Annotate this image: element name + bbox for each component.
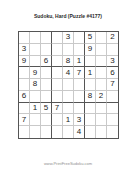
sudoku-cell-r9c3 (41, 126, 52, 138)
sudoku-cell-r8c3 (41, 114, 52, 126)
sudoku-cell-r6c4 (52, 91, 63, 103)
sudoku-cell-r2c6 (74, 44, 85, 56)
sudoku-cell-r4c6: 7 (74, 67, 85, 79)
sudoku-cell-r3c1: 9 (19, 56, 30, 68)
sudoku-cell-r9c4 (52, 126, 63, 138)
sudoku-cell-r9c6: 4 (74, 126, 85, 138)
sudoku-cell-r2c8 (96, 44, 107, 56)
sudoku-cell-r4c4 (52, 67, 63, 79)
puzzle-title: Sudoku, Hard (Puzzle #4177) (0, 13, 136, 20)
sudoku-cell-r3c9: 3 (107, 56, 118, 68)
sudoku-cell-r1c8 (96, 32, 107, 44)
sudoku-cell-r6c1: 6 (19, 91, 30, 103)
sudoku-cell-r9c8 (96, 126, 107, 138)
sudoku-cell-r9c9 (107, 126, 118, 138)
sudoku-cell-r6c3 (41, 91, 52, 103)
sudoku-cell-r4c2: 9 (30, 67, 41, 79)
sudoku-cell-r7c9 (107, 103, 118, 115)
sudoku-cell-r1c2 (30, 32, 41, 44)
sudoku-cell-r6c9 (107, 91, 118, 103)
sudoku-cell-r7c6 (74, 103, 85, 115)
sudoku-cell-r2c1: 3 (19, 44, 30, 56)
sudoku-cell-r1c4 (52, 32, 63, 44)
sudoku-cell-r1c5: 3 (63, 32, 74, 44)
sudoku-cell-r3c3: 6 (41, 56, 52, 68)
sudoku-cell-r3c5: 8 (63, 56, 74, 68)
sudoku-cell-r8c7 (85, 114, 96, 126)
sudoku-cell-r8c4 (52, 114, 63, 126)
sudoku-cell-r2c7: 9 (85, 44, 96, 56)
sudoku-cell-r4c5: 4 (63, 67, 74, 79)
sudoku-cell-r9c5 (63, 126, 74, 138)
sudoku-cell-r2c4 (52, 44, 63, 56)
sudoku-cell-r7c3: 5 (41, 103, 52, 115)
sudoku-cell-r4c3 (41, 67, 52, 79)
sudoku-cell-r4c9: 6 (107, 67, 118, 79)
sudoku-cell-r8c8 (96, 114, 107, 126)
sudoku-cell-r5c2: 8 (30, 79, 41, 91)
sudoku-cell-r4c8 (96, 67, 107, 79)
sudoku-cell-r2c5 (63, 44, 74, 56)
sudoku-cell-r6c6 (74, 91, 85, 103)
sudoku-cell-r5c3 (41, 79, 52, 91)
sudoku-cell-r8c9 (107, 114, 118, 126)
sudoku-cell-r1c6 (74, 32, 85, 44)
sudoku-cell-r6c8: 2 (96, 91, 107, 103)
sudoku-cell-r1c1 (19, 32, 30, 44)
sudoku-cell-r2c9 (107, 44, 118, 56)
sudoku-cell-r9c2 (30, 126, 41, 138)
sudoku-cell-r5c6 (74, 79, 85, 91)
sudoku-cell-r5c8 (96, 79, 107, 91)
sudoku-cell-r5c5 (63, 79, 74, 91)
sudoku-cell-r7c1 (19, 103, 30, 115)
sudoku-cell-r7c8 (96, 103, 107, 115)
sudoku-cell-r5c4 (52, 79, 63, 91)
sudoku-cell-r7c4: 7 (52, 103, 63, 115)
sudoku-cell-r7c2: 1 (30, 103, 41, 115)
sudoku-cell-r5c9: 7 (107, 79, 118, 91)
sudoku-cell-r2c2 (30, 44, 41, 56)
sudoku-cell-r6c7: 8 (85, 91, 96, 103)
sudoku-cell-r3c8 (96, 56, 107, 68)
sudoku-cell-r8c1: 7 (19, 114, 30, 126)
sudoku-grid: 352399681394716876821577134 (18, 31, 119, 139)
sudoku-cell-r8c6: 3 (74, 114, 85, 126)
sudoku-cell-r6c5 (63, 91, 74, 103)
sudoku-cell-r1c9: 2 (107, 32, 118, 44)
sudoku-cell-r5c7 (85, 79, 96, 91)
sudoku-cell-r5c1 (19, 79, 30, 91)
sudoku-cell-r9c1 (19, 126, 30, 138)
sudoku-cell-r4c7: 1 (85, 67, 96, 79)
sudoku-cell-r3c2 (30, 56, 41, 68)
sudoku-cell-r2c3 (41, 44, 52, 56)
sudoku-cell-r3c6: 1 (74, 56, 85, 68)
sudoku-cell-r3c4 (52, 56, 63, 68)
sudoku-cell-r8c5: 1 (63, 114, 74, 126)
sudoku-cell-r1c7: 5 (85, 32, 96, 44)
sudoku-cell-r7c7 (85, 103, 96, 115)
sudoku-cell-r6c2 (30, 91, 41, 103)
sudoku-cell-r7c5 (63, 103, 74, 115)
sudoku-cell-r9c7 (85, 126, 96, 138)
sudoku-cell-r4c1 (19, 67, 30, 79)
footer-url: www.PrintFreeSudoku.com (0, 161, 136, 167)
printable-sudoku-page: Sudoku, Hard (Puzzle #4177) 352399681394… (0, 0, 136, 176)
sudoku-cell-r1c3 (41, 32, 52, 44)
sudoku-cell-r3c7 (85, 56, 96, 68)
sudoku-cell-r8c2 (30, 114, 41, 126)
